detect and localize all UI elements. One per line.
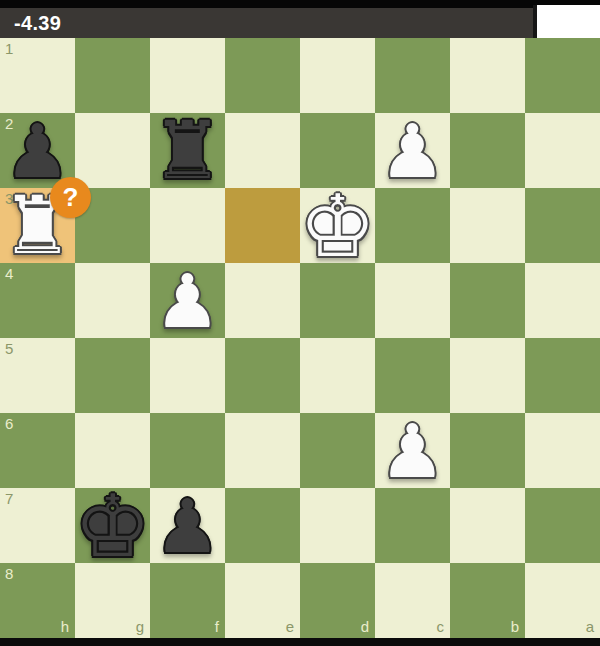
square-b3[interactable] (450, 188, 525, 263)
square-g1[interactable] (75, 38, 150, 113)
square-f7[interactable]: ♟ (150, 488, 225, 563)
square-b1[interactable] (450, 38, 525, 113)
rank-label-1: 1 (5, 41, 13, 56)
piece-black-rook-f2[interactable]: ♜ (150, 113, 225, 188)
square-b5[interactable] (450, 338, 525, 413)
square-a5[interactable] (525, 338, 600, 413)
cropped-ui-fragment (533, 5, 600, 38)
square-h6[interactable]: 6 (0, 413, 75, 488)
file-label-f: f (215, 619, 219, 634)
file-label-b: b (511, 619, 519, 634)
square-f4[interactable]: ♟ (150, 263, 225, 338)
square-f3[interactable] (150, 188, 225, 263)
square-h2[interactable]: 2♟ (0, 113, 75, 188)
rank-label-6: 6 (5, 416, 13, 431)
rank-label-8: 8 (5, 566, 13, 581)
file-label-a: a (586, 619, 594, 634)
square-a2[interactable] (525, 113, 600, 188)
top-black-strip (0, 0, 600, 8)
square-g5[interactable] (75, 338, 150, 413)
square-c1[interactable] (375, 38, 450, 113)
file-label-e: e (286, 619, 294, 634)
square-h1[interactable]: 1 (0, 38, 75, 113)
piece-black-king-g7[interactable]: ♚ (75, 488, 150, 563)
piece-white-pawn-f4[interactable]: ♟ (150, 263, 225, 338)
square-h8[interactable]: 8h (0, 563, 75, 638)
square-f6[interactable] (150, 413, 225, 488)
square-a8[interactable]: a (525, 563, 600, 638)
square-h4[interactable]: 4 (0, 263, 75, 338)
square-h5[interactable]: 5 (0, 338, 75, 413)
square-a6[interactable] (525, 413, 600, 488)
square-a4[interactable] (525, 263, 600, 338)
file-label-g: g (136, 619, 144, 634)
square-e2[interactable] (225, 113, 300, 188)
square-b7[interactable] (450, 488, 525, 563)
square-c2[interactable]: ♟ (375, 113, 450, 188)
square-d8[interactable]: d (300, 563, 375, 638)
square-f1[interactable] (150, 38, 225, 113)
square-c7[interactable] (375, 488, 450, 563)
square-e1[interactable] (225, 38, 300, 113)
app-screen: -4.39 12♟♜♟3♜♚4♟56♟7♚♟8hgfedcba? (0, 0, 600, 646)
square-e3[interactable] (225, 188, 300, 263)
rank-label-7: 7 (5, 491, 13, 506)
square-d4[interactable] (300, 263, 375, 338)
square-g4[interactable] (75, 263, 150, 338)
square-a3[interactable] (525, 188, 600, 263)
square-h7[interactable]: 7 (0, 488, 75, 563)
square-d6[interactable] (300, 413, 375, 488)
square-c4[interactable] (375, 263, 450, 338)
square-g8[interactable]: g (75, 563, 150, 638)
square-b2[interactable] (450, 113, 525, 188)
square-a7[interactable] (525, 488, 600, 563)
rank-label-5: 5 (5, 341, 13, 356)
square-g2[interactable] (75, 113, 150, 188)
move-classification-badge: ? (50, 177, 91, 218)
square-d7[interactable] (300, 488, 375, 563)
square-f5[interactable] (150, 338, 225, 413)
square-c6[interactable]: ♟ (375, 413, 450, 488)
file-label-h: h (61, 619, 69, 634)
square-b8[interactable]: b (450, 563, 525, 638)
evaluation-bar: -4.39 (0, 8, 600, 38)
square-e4[interactable] (225, 263, 300, 338)
square-g7[interactable]: ♚ (75, 488, 150, 563)
square-e7[interactable] (225, 488, 300, 563)
square-d1[interactable] (300, 38, 375, 113)
square-e5[interactable] (225, 338, 300, 413)
square-b4[interactable] (450, 263, 525, 338)
square-c5[interactable] (375, 338, 450, 413)
square-c3[interactable] (375, 188, 450, 263)
square-c8[interactable]: c (375, 563, 450, 638)
piece-white-pawn-c2[interactable]: ♟ (375, 113, 450, 188)
file-label-d: d (361, 619, 369, 634)
square-f2[interactable]: ♜ (150, 113, 225, 188)
file-label-c: c (437, 619, 445, 634)
piece-black-pawn-f7[interactable]: ♟ (150, 488, 225, 563)
square-f8[interactable]: f (150, 563, 225, 638)
square-e8[interactable]: e (225, 563, 300, 638)
bottom-black-strip (0, 638, 600, 646)
piece-white-pawn-c6[interactable]: ♟ (375, 413, 450, 488)
evaluation-score: -4.39 (14, 12, 61, 35)
square-b6[interactable] (450, 413, 525, 488)
piece-black-pawn-h2[interactable]: ♟ (0, 113, 75, 188)
piece-white-king-d3[interactable]: ♚ (300, 188, 375, 263)
square-d5[interactable] (300, 338, 375, 413)
square-a1[interactable] (525, 38, 600, 113)
rank-label-4: 4 (5, 266, 13, 281)
chess-board[interactable]: 12♟♜♟3♜♚4♟56♟7♚♟8hgfedcba? (0, 38, 600, 638)
square-e6[interactable] (225, 413, 300, 488)
square-d3[interactable]: ♚ (300, 188, 375, 263)
